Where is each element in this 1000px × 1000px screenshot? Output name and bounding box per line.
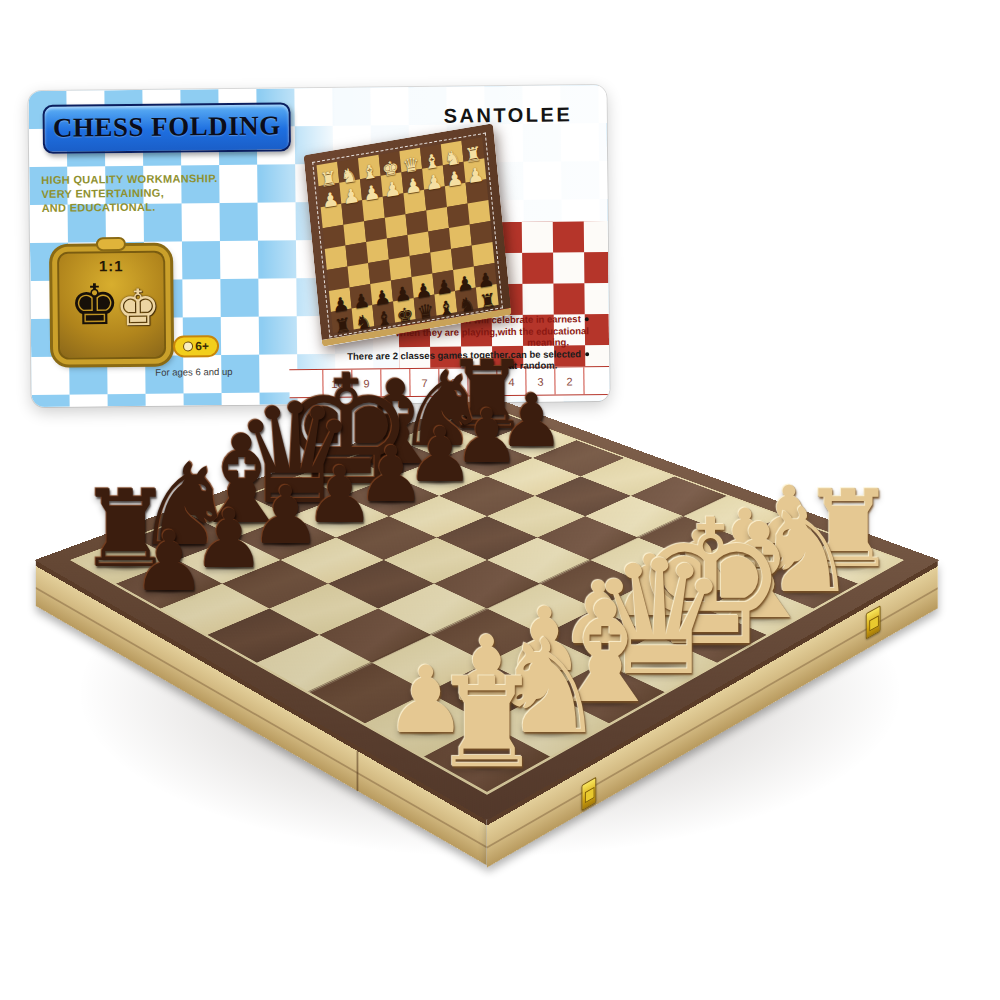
scale-shield-badge: 1:1 ♚ ♚ xyxy=(52,246,171,365)
ruler-number: 6 xyxy=(439,368,468,395)
white-king-icon: ♚ xyxy=(115,283,160,333)
ruler-number: 4 xyxy=(497,368,526,395)
age-badge: 6+ xyxy=(173,335,219,357)
ruler-number: 9 xyxy=(352,369,381,396)
bullet-icon xyxy=(585,352,589,356)
fold-seam-side xyxy=(356,750,358,791)
box-black-queen: ♛ xyxy=(416,301,435,323)
box-board-square: ♜ xyxy=(476,284,499,308)
ruler-number: 3 xyxy=(526,368,555,395)
box-black-bishop: ♝ xyxy=(437,297,456,319)
box-board-square: ♞ xyxy=(352,305,375,329)
box-black-rook: ♜ xyxy=(333,315,352,337)
product-photo: 1098765432 The children will celebrate i… xyxy=(0,0,1000,1000)
shield-crest-icon xyxy=(98,239,124,249)
ruler-number: 5 xyxy=(468,368,497,395)
brand-name: SANTOLEE xyxy=(444,103,573,127)
box-board-square: ♚ xyxy=(393,298,416,322)
ruler-number: 10 xyxy=(323,370,352,397)
box-black-knight: ♞ xyxy=(458,294,477,316)
box-board-square: ♜ xyxy=(331,308,354,332)
box-black-rook: ♜ xyxy=(478,290,497,312)
box-board-square: ♝ xyxy=(372,301,395,325)
bullet-icon xyxy=(585,318,589,322)
ruler-number: 2 xyxy=(555,367,584,394)
box-photo-board: ♜♞♝♚♛♝♞♜♟♟♟♟♟♟♟♟♟♟♟♟♟♟♟♟♜♞♝♚♛♝♞♜ xyxy=(304,123,513,354)
product-title-banner: CHESS FOLDING xyxy=(43,102,291,154)
gold-clasp-icon xyxy=(866,605,881,639)
box-board-frame: ♜♞♝♚♛♝♞♜♟♟♟♟♟♟♟♟♟♟♟♟♟♟♟♟♜♞♝♚♛♝♞♜ xyxy=(304,123,512,347)
black-king-icon: ♚ xyxy=(69,277,120,334)
shield-face: 1:1 ♚ ♚ xyxy=(57,251,166,360)
tagline-line: AND EDUCATIONAL. xyxy=(42,198,272,214)
box-board-grid: ♜♞♝♚♛♝♞♜♟♟♟♟♟♟♟♟♟♟♟♟♟♟♟♟♜♞♝♚♛♝♞♜ xyxy=(317,137,499,333)
tagline-block: HIGH QUALITY WORKMANSHIP. VERY ENTERTAIN… xyxy=(41,170,271,214)
age-note: For ages 6 and up xyxy=(155,366,232,378)
ruler-number: 7 xyxy=(410,369,439,396)
box-board-square: ♞ xyxy=(455,287,478,311)
product-box: 1098765432 The children will celebrate i… xyxy=(28,85,609,407)
box-board-square: ♛ xyxy=(414,294,437,318)
box-black-king: ♚ xyxy=(396,304,415,326)
product-title: CHESS FOLDING xyxy=(53,110,281,142)
box-board-square: ♝ xyxy=(434,291,457,315)
ruler-number: 8 xyxy=(381,369,410,396)
box-black-knight: ♞ xyxy=(354,311,373,333)
box-black-bishop: ♝ xyxy=(375,308,394,330)
age-badge-label: 6+ xyxy=(195,339,209,353)
clock-icon xyxy=(183,341,193,351)
